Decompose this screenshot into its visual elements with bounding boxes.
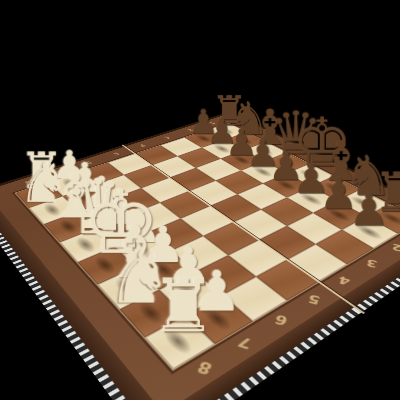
rank-label-2: 2 [382, 240, 400, 256]
rank-label-3: 3 [356, 255, 387, 272]
rank-label-5: 5 [297, 289, 332, 309]
rank-label-4: 4 [328, 271, 361, 290]
rank-label-7: 7 [225, 331, 264, 356]
photo-background: 1122334455667788 ♜♞♝♛♚♝♞♜♟♟♟♟♟♟♟♟♟♟♟♟♟♟♟… [0, 0, 400, 400]
chess-board[interactable]: 1122334455667788 ♜♞♝♛♚♝♞♜♟♟♟♟♟♟♟♟♟♟♟♟♟♟♟… [0, 113, 400, 400]
rank-label-6: 6 [263, 309, 300, 331]
black-pawn-h7[interactable]: ♟ [348, 188, 387, 233]
white-rook-h1[interactable]: ♜ [151, 270, 202, 343]
